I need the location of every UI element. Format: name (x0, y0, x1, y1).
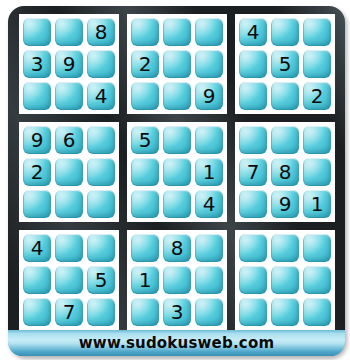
cell-r4c9[interactable] (303, 126, 331, 154)
cell-r7c2[interactable] (55, 234, 83, 262)
cell-r5c3[interactable] (87, 158, 115, 186)
cell-r7c3[interactable] (87, 234, 115, 262)
cell-r5c5[interactable] (163, 158, 191, 186)
cell-r5c8: 8 (271, 158, 299, 186)
cell-r8c6[interactable] (195, 266, 223, 294)
cell-r5c7: 7 (239, 158, 267, 186)
cell-r6c5[interactable] (163, 190, 191, 218)
cell-r1c3: 8 (87, 18, 115, 46)
cell-r8c2[interactable] (55, 266, 83, 294)
cell-r4c5[interactable] (163, 126, 191, 154)
cell-r3c2[interactable] (55, 82, 83, 110)
cell-r4c2: 6 (55, 126, 83, 154)
cell-r3c1[interactable] (23, 82, 51, 110)
cell-r8c3: 5 (87, 266, 115, 294)
cell-r4c1: 9 (23, 126, 51, 154)
cell-r2c7[interactable] (239, 50, 267, 78)
box-9 (235, 230, 335, 330)
cell-r6c6: 4 (195, 190, 223, 218)
cell-r8c8[interactable] (271, 266, 299, 294)
cell-r8c1[interactable] (23, 266, 51, 294)
cell-r2c1: 3 (23, 50, 51, 78)
cell-r6c3[interactable] (87, 190, 115, 218)
cell-r6c4[interactable] (131, 190, 159, 218)
cell-r5c4[interactable] (131, 158, 159, 186)
board-frame: 8394 29 452 962 514 7891 457 813 www.sud… (8, 6, 345, 356)
cell-r9c2: 7 (55, 298, 83, 326)
cell-r9c4[interactable] (131, 298, 159, 326)
cell-r7c8[interactable] (271, 234, 299, 262)
box-2: 29 (127, 14, 227, 114)
cell-r1c2[interactable] (55, 18, 83, 46)
cell-r7c7[interactable] (239, 234, 267, 262)
cell-r1c7: 4 (239, 18, 267, 46)
cell-r6c8: 9 (271, 190, 299, 218)
cell-r3c4[interactable] (131, 82, 159, 110)
cell-r3c6: 9 (195, 82, 223, 110)
cell-r4c4: 5 (131, 126, 159, 154)
cell-r2c5[interactable] (163, 50, 191, 78)
cell-r1c6[interactable] (195, 18, 223, 46)
cell-r5c2[interactable] (55, 158, 83, 186)
cell-r9c1[interactable] (23, 298, 51, 326)
cell-r9c7[interactable] (239, 298, 267, 326)
cell-r9c9[interactable] (303, 298, 331, 326)
box-1: 8394 (19, 14, 119, 114)
cell-r1c9[interactable] (303, 18, 331, 46)
cell-r2c3[interactable] (87, 50, 115, 78)
cell-r6c1[interactable] (23, 190, 51, 218)
box-6: 7891 (235, 122, 335, 222)
site-url[interactable]: www.sudokusweb.com (79, 334, 274, 352)
cell-r3c7[interactable] (239, 82, 267, 110)
cell-r7c6[interactable] (195, 234, 223, 262)
cell-r8c9[interactable] (303, 266, 331, 294)
box-5: 514 (127, 122, 227, 222)
box-3: 452 (235, 14, 335, 114)
cell-r6c9: 1 (303, 190, 331, 218)
cell-r7c4[interactable] (131, 234, 159, 262)
cell-r3c9: 2 (303, 82, 331, 110)
cell-r4c7[interactable] (239, 126, 267, 154)
cell-r9c5: 3 (163, 298, 191, 326)
cell-r6c7[interactable] (239, 190, 267, 218)
cell-r1c8[interactable] (271, 18, 299, 46)
cell-r9c6[interactable] (195, 298, 223, 326)
cell-r2c4: 2 (131, 50, 159, 78)
cell-r8c4: 1 (131, 266, 159, 294)
box-4: 962 (19, 122, 119, 222)
cell-r3c5[interactable] (163, 82, 191, 110)
cell-r3c3: 4 (87, 82, 115, 110)
cell-r2c8: 5 (271, 50, 299, 78)
sudoku-board: 8394 29 452 962 514 7891 457 813 (19, 14, 335, 330)
cell-r4c3[interactable] (87, 126, 115, 154)
cell-r6c2[interactable] (55, 190, 83, 218)
cell-r2c2: 9 (55, 50, 83, 78)
cell-r7c5: 8 (163, 234, 191, 262)
cell-r8c7[interactable] (239, 266, 267, 294)
cell-r2c6[interactable] (195, 50, 223, 78)
footer-band: www.sudokusweb.com (8, 330, 345, 356)
cell-r8c5[interactable] (163, 266, 191, 294)
cell-r7c9[interactable] (303, 234, 331, 262)
cell-r5c9[interactable] (303, 158, 331, 186)
cell-r7c1: 4 (23, 234, 51, 262)
cell-r9c3[interactable] (87, 298, 115, 326)
cell-r4c6[interactable] (195, 126, 223, 154)
box-8: 813 (127, 230, 227, 330)
cell-r9c8[interactable] (271, 298, 299, 326)
cell-r3c8[interactable] (271, 82, 299, 110)
cell-r1c5[interactable] (163, 18, 191, 46)
cell-r5c1: 2 (23, 158, 51, 186)
cell-r5c6: 1 (195, 158, 223, 186)
cell-r4c8[interactable] (271, 126, 299, 154)
sudoku-page: 8394 29 452 962 514 7891 457 813 www.sud… (0, 0, 350, 360)
cell-r1c1[interactable] (23, 18, 51, 46)
cell-r1c4[interactable] (131, 18, 159, 46)
cell-r2c9[interactable] (303, 50, 331, 78)
box-7: 457 (19, 230, 119, 330)
